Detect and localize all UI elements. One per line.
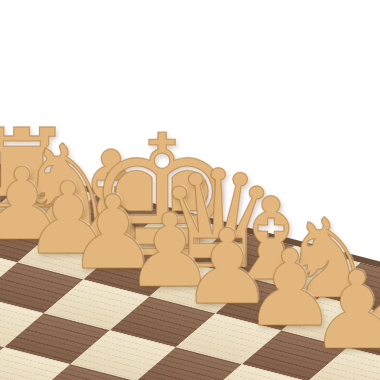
chess-set-photo: ♜♞♝♚♛♝♞♟♟♟♟♟♟♟♟: [0, 0, 380, 380]
chess-board: [0, 156, 380, 380]
